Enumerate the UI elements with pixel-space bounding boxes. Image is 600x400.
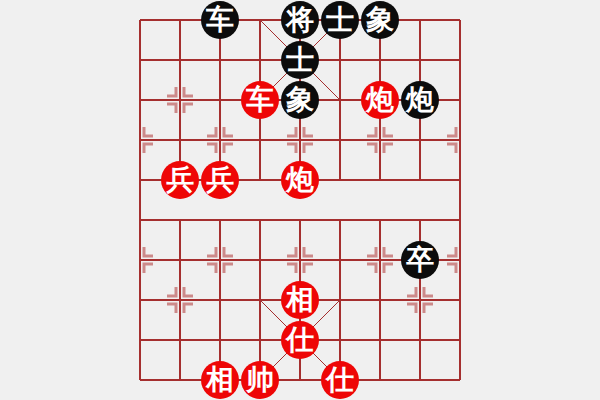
xiangqi-board[interactable]: 车将士象士车象炮炮兵兵炮卒相仕相帅仕 <box>0 0 600 400</box>
piece-black-cannon[interactable]: 炮 <box>401 81 439 119</box>
piece-red-advisor[interactable]: 仕 <box>281 321 319 359</box>
piece-red-elephant[interactable]: 相 <box>201 361 239 399</box>
piece-black-elephant[interactable]: 象 <box>281 81 319 119</box>
piece-red-general[interactable]: 帅 <box>241 361 279 399</box>
piece-black-elephant[interactable]: 象 <box>361 1 399 39</box>
piece-black-chariot[interactable]: 车 <box>201 1 239 39</box>
piece-red-cannon[interactable]: 炮 <box>281 161 319 199</box>
piece-red-advisor[interactable]: 仕 <box>321 361 359 399</box>
piece-black-advisor[interactable]: 士 <box>321 1 359 39</box>
piece-black-advisor[interactable]: 士 <box>281 41 319 79</box>
piece-black-general[interactable]: 将 <box>281 1 319 39</box>
piece-red-chariot[interactable]: 车 <box>241 81 279 119</box>
piece-red-pawn[interactable]: 兵 <box>201 161 239 199</box>
piece-red-cannon[interactable]: 炮 <box>361 81 399 119</box>
pieces-layer: 车将士象士车象炮炮兵兵炮卒相仕相帅仕 <box>0 0 600 400</box>
piece-black-pawn[interactable]: 卒 <box>401 241 439 279</box>
piece-red-elephant[interactable]: 相 <box>281 281 319 319</box>
piece-red-pawn[interactable]: 兵 <box>161 161 199 199</box>
